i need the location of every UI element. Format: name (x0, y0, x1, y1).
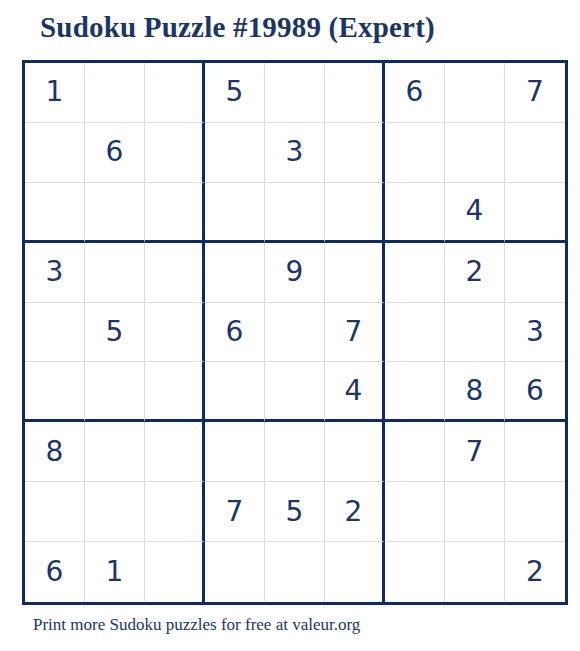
cell-r2c5[interactable]: 3 (265, 123, 325, 183)
cell-r9c1[interactable]: 6 (25, 542, 85, 602)
cell-r2c3[interactable] (145, 123, 205, 183)
cell-r7c6[interactable] (325, 422, 385, 482)
cell-r3c6[interactable] (325, 183, 385, 243)
cell-r3c7[interactable] (385, 183, 445, 243)
cell-r8c9[interactable] (505, 482, 565, 542)
cell-r7c1[interactable]: 8 (25, 422, 85, 482)
cell-r6c8[interactable]: 8 (445, 362, 505, 422)
cell-r1c6[interactable] (325, 63, 385, 123)
cell-r7c4[interactable] (205, 422, 265, 482)
cell-r4c8[interactable]: 2 (445, 243, 505, 303)
cell-r1c4[interactable]: 5 (205, 63, 265, 123)
cell-r9c2[interactable]: 1 (85, 542, 145, 602)
cell-r7c7[interactable] (385, 422, 445, 482)
cell-r9c7[interactable] (385, 542, 445, 602)
cell-r9c8[interactable] (445, 542, 505, 602)
cell-r1c5[interactable] (265, 63, 325, 123)
cell-r6c4[interactable] (205, 362, 265, 422)
cell-r1c3[interactable] (145, 63, 205, 123)
cell-r5c7[interactable] (385, 303, 445, 363)
cell-r6c1[interactable] (25, 362, 85, 422)
cell-r7c8[interactable]: 7 (445, 422, 505, 482)
cell-r6c7[interactable] (385, 362, 445, 422)
cell-r3c8[interactable]: 4 (445, 183, 505, 243)
cell-r6c2[interactable] (85, 362, 145, 422)
cell-r7c5[interactable] (265, 422, 325, 482)
sudoku-board: 1567634392567348687752612 (22, 60, 568, 605)
cell-r2c9[interactable] (505, 123, 565, 183)
cell-r1c7[interactable]: 6 (385, 63, 445, 123)
cell-r3c5[interactable] (265, 183, 325, 243)
cell-r5c5[interactable] (265, 303, 325, 363)
cell-r7c9[interactable] (505, 422, 565, 482)
cell-r2c2[interactable]: 6 (85, 123, 145, 183)
cell-r8c1[interactable] (25, 482, 85, 542)
cell-r3c9[interactable] (505, 183, 565, 243)
cell-r8c7[interactable] (385, 482, 445, 542)
cell-r9c4[interactable] (205, 542, 265, 602)
cell-r4c5[interactable]: 9 (265, 243, 325, 303)
cell-r4c6[interactable] (325, 243, 385, 303)
cell-r8c6[interactable]: 2 (325, 482, 385, 542)
cell-r6c3[interactable] (145, 362, 205, 422)
cell-r2c1[interactable] (25, 123, 85, 183)
cell-r2c6[interactable] (325, 123, 385, 183)
cell-r7c3[interactable] (145, 422, 205, 482)
cell-r3c4[interactable] (205, 183, 265, 243)
cell-r5c2[interactable]: 5 (85, 303, 145, 363)
cell-r4c4[interactable] (205, 243, 265, 303)
cell-r9c3[interactable] (145, 542, 205, 602)
cell-r9c5[interactable] (265, 542, 325, 602)
cell-r4c9[interactable] (505, 243, 565, 303)
cell-r8c2[interactable] (85, 482, 145, 542)
cell-r4c2[interactable] (85, 243, 145, 303)
cell-r7c2[interactable] (85, 422, 145, 482)
cell-r4c3[interactable] (145, 243, 205, 303)
cell-r1c2[interactable] (85, 63, 145, 123)
cell-r4c1[interactable]: 3 (25, 243, 85, 303)
cell-r5c1[interactable] (25, 303, 85, 363)
cell-r3c2[interactable] (85, 183, 145, 243)
cell-r5c9[interactable]: 3 (505, 303, 565, 363)
cell-r9c6[interactable] (325, 542, 385, 602)
cell-r8c5[interactable]: 5 (265, 482, 325, 542)
cell-r8c4[interactable]: 7 (205, 482, 265, 542)
cell-r6c6[interactable]: 4 (325, 362, 385, 422)
cell-r5c8[interactable] (445, 303, 505, 363)
cell-r3c1[interactable] (25, 183, 85, 243)
footer-credit: Print more Sudoku puzzles for free at va… (33, 615, 360, 635)
cell-r3c3[interactable] (145, 183, 205, 243)
page-title: Sudoku Puzzle #19989 (Expert) (40, 11, 435, 44)
cell-r1c9[interactable]: 7 (505, 63, 565, 123)
cell-r2c7[interactable] (385, 123, 445, 183)
cell-r1c8[interactable] (445, 63, 505, 123)
cell-r6c5[interactable] (265, 362, 325, 422)
cell-r2c8[interactable] (445, 123, 505, 183)
cell-r6c9[interactable]: 6 (505, 362, 565, 422)
cell-r8c8[interactable] (445, 482, 505, 542)
cell-r1c1[interactable]: 1 (25, 63, 85, 123)
cell-r4c7[interactable] (385, 243, 445, 303)
cell-r5c6[interactable]: 7 (325, 303, 385, 363)
cell-r9c9[interactable]: 2 (505, 542, 565, 602)
cell-r8c3[interactable] (145, 482, 205, 542)
cell-r5c3[interactable] (145, 303, 205, 363)
cell-r2c4[interactable] (205, 123, 265, 183)
cell-r5c4[interactable]: 6 (205, 303, 265, 363)
